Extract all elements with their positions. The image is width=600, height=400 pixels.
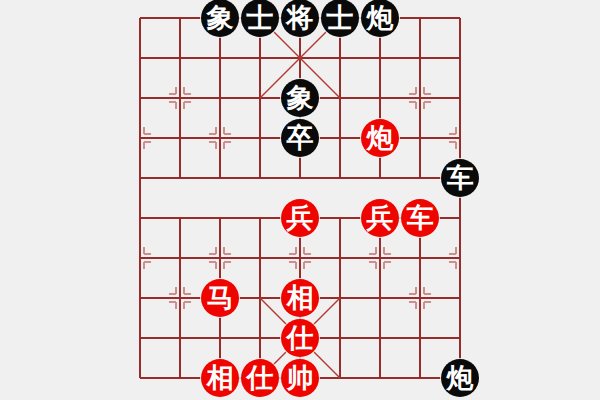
piece-black-elephant[interactable]: 象 — [281, 79, 319, 117]
piece-layer: 象士将士炮象卒炮车兵兵车马相仕相仕帅炮 — [120, 0, 480, 398]
piece-black-advisor[interactable]: 士 — [321, 0, 359, 37]
piece-red-advisor[interactable]: 仕 — [241, 359, 279, 397]
piece-black-advisor[interactable]: 士 — [241, 0, 279, 37]
piece-black-cannon[interactable]: 炮 — [441, 359, 479, 397]
piece-red-horse[interactable]: 马 — [201, 279, 239, 317]
piece-red-elephant[interactable]: 相 — [201, 359, 239, 397]
piece-red-elephant[interactable]: 相 — [281, 279, 319, 317]
piece-red-cannon[interactable]: 炮 — [361, 119, 399, 157]
piece-black-cannon[interactable]: 炮 — [361, 0, 399, 37]
piece-black-soldier[interactable]: 卒 — [281, 119, 319, 157]
piece-red-soldier[interactable]: 兵 — [361, 199, 399, 237]
piece-red-chariot[interactable]: 车 — [401, 199, 439, 237]
piece-red-advisor[interactable]: 仕 — [281, 319, 319, 357]
piece-black-elephant[interactable]: 象 — [201, 0, 239, 37]
piece-red-general[interactable]: 帅 — [281, 359, 319, 397]
piece-black-chariot[interactable]: 车 — [441, 159, 479, 197]
piece-red-soldier[interactable]: 兵 — [281, 199, 319, 237]
piece-black-general[interactable]: 将 — [281, 0, 319, 37]
xiangqi-board: 象士将士炮象卒炮车兵兵车马相仕相仕帅炮 — [0, 0, 600, 400]
